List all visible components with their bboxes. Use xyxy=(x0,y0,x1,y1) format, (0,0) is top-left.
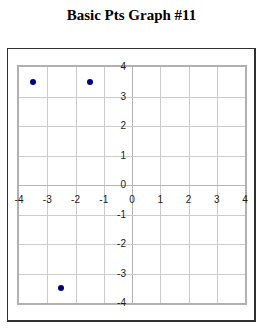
y-tick-label: -3 xyxy=(117,269,126,279)
x-tick-label: 2 xyxy=(186,195,192,205)
x-tick-label: 0 xyxy=(129,195,135,205)
x-tick-label: 4 xyxy=(242,195,248,205)
x-tick-label: -3 xyxy=(43,195,52,205)
data-point xyxy=(87,79,93,85)
horizontal-gridline xyxy=(19,244,245,245)
x-tick-label: 3 xyxy=(214,195,220,205)
x-axis-line xyxy=(19,185,245,186)
plot-area: -4-3-2-101234-4-3-2-101234 xyxy=(17,65,247,305)
horizontal-gridline xyxy=(19,215,245,216)
y-tick-label: 2 xyxy=(120,121,126,131)
y-tick-label: 0 xyxy=(120,180,126,190)
horizontal-gridline xyxy=(19,97,245,98)
chart-title: Basic Pts Graph #11 xyxy=(0,7,263,23)
x-tick-label: 1 xyxy=(157,195,163,205)
x-tick-label: -2 xyxy=(71,195,80,205)
x-tick-label: -4 xyxy=(15,195,24,205)
y-tick-label: -2 xyxy=(117,239,126,249)
y-tick-label: -1 xyxy=(117,210,126,220)
data-point xyxy=(58,285,64,291)
horizontal-gridline xyxy=(19,126,245,127)
y-tick-label: 1 xyxy=(120,151,126,161)
worksheet-page: Basic Pts Graph #11 -4-3-2-101234-4-3-2-… xyxy=(0,0,263,330)
data-point xyxy=(30,79,36,85)
y-tick-label: -4 xyxy=(117,298,126,308)
chart-frame: -4-3-2-101234-4-3-2-101234 xyxy=(7,48,256,322)
x-tick-label: -1 xyxy=(99,195,108,205)
horizontal-gridline xyxy=(19,156,245,157)
horizontal-gridline xyxy=(19,274,245,275)
y-tick-label: 3 xyxy=(120,92,126,102)
y-tick-label: 4 xyxy=(120,62,126,72)
